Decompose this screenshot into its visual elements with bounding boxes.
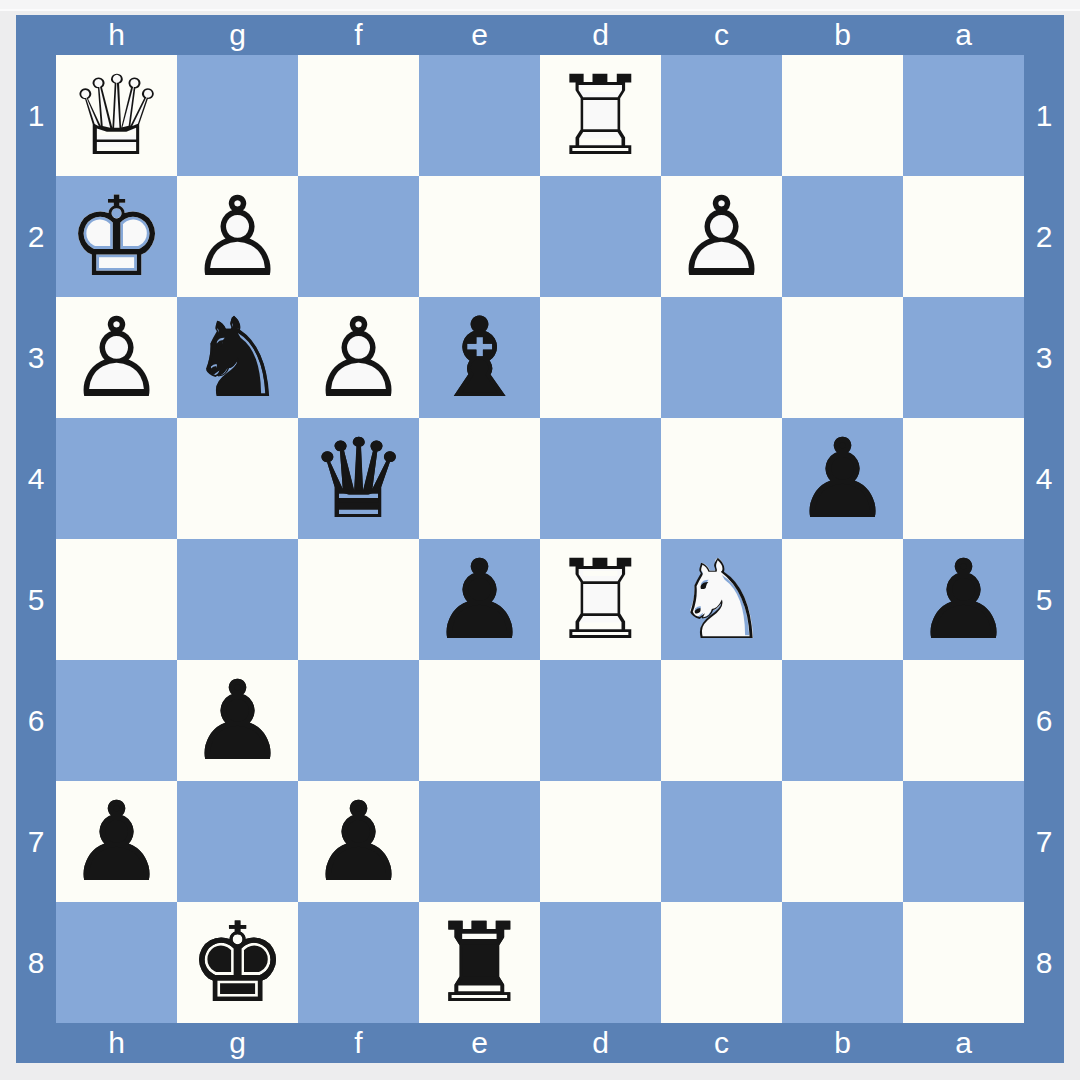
square-h5[interactable]	[56, 539, 177, 660]
black-pawn-e5[interactable]: ♟♙	[419, 539, 540, 660]
square-h2[interactable]: ♚♔	[56, 176, 177, 297]
rank-label-right-7: 7	[1024, 781, 1064, 902]
square-b7[interactable]	[782, 781, 903, 902]
square-b2[interactable]	[782, 176, 903, 297]
pawn-glyph-outline: ♙	[903, 539, 1024, 660]
file-label-top-d: d	[540, 15, 661, 55]
page-top-strip	[0, 0, 1080, 11]
rank-label-right-2: 2	[1024, 176, 1064, 297]
file-label-top-f: f	[298, 15, 419, 55]
square-g3[interactable]: ♞♘	[177, 297, 298, 418]
black-king-g8[interactable]: ♚♔	[177, 902, 298, 1023]
square-f1[interactable]	[298, 55, 419, 176]
pawn-glyph-outline: ♙	[661, 176, 782, 297]
white-king-h2[interactable]: ♚♔	[56, 176, 177, 297]
bishop-glyph-outline: ♗	[419, 297, 540, 418]
square-d8[interactable]	[540, 902, 661, 1023]
black-knight-g3[interactable]: ♞♘	[177, 297, 298, 418]
black-pawn-b4[interactable]: ♟♙	[782, 418, 903, 539]
square-e2[interactable]	[419, 176, 540, 297]
black-pawn-f7[interactable]: ♟♙	[298, 781, 419, 902]
black-rook-e8[interactable]: ♜♖	[419, 902, 540, 1023]
frame-corner-1	[1024, 15, 1064, 55]
square-b3[interactable]	[782, 297, 903, 418]
square-h1[interactable]: ♛♕	[56, 55, 177, 176]
black-pawn-h7[interactable]: ♟♙	[56, 781, 177, 902]
square-b1[interactable]	[782, 55, 903, 176]
pawn-glyph-outline: ♙	[782, 418, 903, 539]
square-a6[interactable]	[903, 660, 1024, 781]
square-d1[interactable]: ♜♖	[540, 55, 661, 176]
square-e4[interactable]	[419, 418, 540, 539]
file-label-top-g: g	[177, 15, 298, 55]
rank-label-left-6: 6	[16, 660, 56, 781]
pawn-glyph-outline: ♙	[298, 297, 419, 418]
square-c4[interactable]	[661, 418, 782, 539]
square-d3[interactable]	[540, 297, 661, 418]
pawn-glyph-outline: ♙	[177, 660, 298, 781]
square-c7[interactable]	[661, 781, 782, 902]
square-b5[interactable]	[782, 539, 903, 660]
square-h3[interactable]: ♟♙	[56, 297, 177, 418]
white-queen-h1[interactable]: ♛♕	[56, 55, 177, 176]
file-label-bottom-d: d	[540, 1023, 661, 1063]
rook-glyph-outline: ♖	[419, 902, 540, 1023]
white-pawn-c2[interactable]: ♟♙	[661, 176, 782, 297]
rank-label-right-5: 5	[1024, 539, 1064, 660]
file-label-top-a: a	[903, 15, 1024, 55]
square-g4[interactable]	[177, 418, 298, 539]
white-pawn-g2[interactable]: ♟♙	[177, 176, 298, 297]
king-glyph-outline: ♔	[56, 176, 177, 297]
knight-glyph-outline: ♘	[177, 297, 298, 418]
square-c8[interactable]	[661, 902, 782, 1023]
square-g5[interactable]	[177, 539, 298, 660]
rank-label-left-3: 3	[16, 297, 56, 418]
square-a8[interactable]	[903, 902, 1024, 1023]
square-f5[interactable]	[298, 539, 419, 660]
square-f7[interactable]: ♟♙	[298, 781, 419, 902]
file-label-bottom-g: g	[177, 1023, 298, 1063]
square-e5[interactable]: ♟♙	[419, 539, 540, 660]
pawn-glyph-outline: ♙	[56, 781, 177, 902]
white-rook-d5[interactable]: ♜♖	[540, 539, 661, 660]
square-c5[interactable]: ♞♘	[661, 539, 782, 660]
rank-label-left-4: 4	[16, 418, 56, 539]
rank-label-left-1: 1	[16, 55, 56, 176]
square-d4[interactable]	[540, 418, 661, 539]
frame-corner-0	[16, 15, 56, 55]
square-c3[interactable]	[661, 297, 782, 418]
square-b6[interactable]	[782, 660, 903, 781]
board-frame: hhggffeeddccbbaa1122334455667788♛♕♜♖♚♔♟♙…	[16, 15, 1064, 1063]
white-rook-d1[interactable]: ♜♖	[540, 55, 661, 176]
pawn-glyph-outline: ♙	[298, 781, 419, 902]
rook-glyph-outline: ♖	[540, 55, 661, 176]
king-glyph-outline: ♔	[177, 902, 298, 1023]
square-b4[interactable]: ♟♙	[782, 418, 903, 539]
square-h8[interactable]	[56, 902, 177, 1023]
rank-label-right-8: 8	[1024, 902, 1064, 1023]
rank-label-right-4: 4	[1024, 418, 1064, 539]
square-g7[interactable]	[177, 781, 298, 902]
square-h6[interactable]	[56, 660, 177, 781]
square-c1[interactable]	[661, 55, 782, 176]
file-label-bottom-a: a	[903, 1023, 1024, 1063]
file-label-bottom-f: f	[298, 1023, 419, 1063]
square-g6[interactable]: ♟♙	[177, 660, 298, 781]
square-e1[interactable]	[419, 55, 540, 176]
square-g2[interactable]: ♟♙	[177, 176, 298, 297]
rank-label-left-5: 5	[16, 539, 56, 660]
square-f2[interactable]	[298, 176, 419, 297]
square-f8[interactable]	[298, 902, 419, 1023]
square-e8[interactable]: ♜♖	[419, 902, 540, 1023]
square-c2[interactable]: ♟♙	[661, 176, 782, 297]
square-a1[interactable]	[903, 55, 1024, 176]
queen-glyph-outline: ♕	[56, 55, 177, 176]
square-g8[interactable]: ♚♔	[177, 902, 298, 1023]
square-b8[interactable]	[782, 902, 903, 1023]
frame-corner-3	[1024, 1023, 1064, 1063]
square-d5[interactable]: ♜♖	[540, 539, 661, 660]
square-d7[interactable]	[540, 781, 661, 902]
white-pawn-f3[interactable]: ♟♙	[298, 297, 419, 418]
black-pawn-a5[interactable]: ♟♙	[903, 539, 1024, 660]
square-a3[interactable]	[903, 297, 1024, 418]
black-pawn-g6[interactable]: ♟♙	[177, 660, 298, 781]
rank-label-left-8: 8	[16, 902, 56, 1023]
square-f3[interactable]: ♟♙	[298, 297, 419, 418]
rook-glyph-outline: ♖	[540, 539, 661, 660]
square-e7[interactable]	[419, 781, 540, 902]
pawn-glyph-outline: ♙	[177, 176, 298, 297]
file-label-bottom-b: b	[782, 1023, 903, 1063]
black-bishop-e3[interactable]: ♝♗	[419, 297, 540, 418]
file-label-top-h: h	[56, 15, 177, 55]
square-c6[interactable]	[661, 660, 782, 781]
square-f4[interactable]: ♛♕	[298, 418, 419, 539]
queen-glyph-outline: ♕	[298, 418, 419, 539]
pawn-glyph-outline: ♙	[56, 297, 177, 418]
square-h7[interactable]: ♟♙	[56, 781, 177, 902]
square-a7[interactable]	[903, 781, 1024, 902]
square-a4[interactable]	[903, 418, 1024, 539]
white-pawn-h3[interactable]: ♟♙	[56, 297, 177, 418]
square-e3[interactable]: ♝♗	[419, 297, 540, 418]
rank-label-right-6: 6	[1024, 660, 1064, 781]
knight-glyph-outline: ♘	[661, 539, 782, 660]
black-queen-f4[interactable]: ♛♕	[298, 418, 419, 539]
square-d6[interactable]	[540, 660, 661, 781]
file-label-top-b: b	[782, 15, 903, 55]
file-label-top-c: c	[661, 15, 782, 55]
rank-label-left-7: 7	[16, 781, 56, 902]
white-knight-c5[interactable]: ♞♘	[661, 539, 782, 660]
square-e6[interactable]	[419, 660, 540, 781]
square-a2[interactable]	[903, 176, 1024, 297]
rank-label-left-2: 2	[16, 176, 56, 297]
square-h4[interactable]	[56, 418, 177, 539]
square-f6[interactable]	[298, 660, 419, 781]
square-d2[interactable]	[540, 176, 661, 297]
file-label-bottom-c: c	[661, 1023, 782, 1063]
rank-label-right-3: 3	[1024, 297, 1064, 418]
frame-corner-2	[16, 1023, 56, 1063]
pawn-glyph-outline: ♙	[419, 539, 540, 660]
square-a5[interactable]: ♟♙	[903, 539, 1024, 660]
file-label-top-e: e	[419, 15, 540, 55]
file-label-bottom-e: e	[419, 1023, 540, 1063]
file-label-bottom-h: h	[56, 1023, 177, 1063]
rank-label-right-1: 1	[1024, 55, 1064, 176]
square-g1[interactable]	[177, 55, 298, 176]
